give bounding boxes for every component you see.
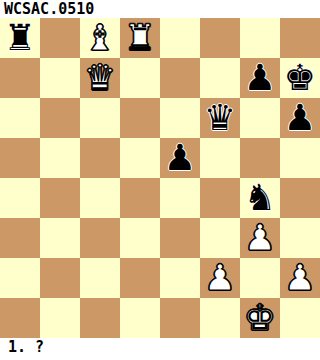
white-bishop-c8[interactable]: ♝ (84, 18, 116, 58)
square-f1[interactable] (200, 298, 240, 338)
square-e2[interactable] (160, 258, 200, 298)
square-b6[interactable] (40, 98, 80, 138)
square-g7[interactable]: ♟ (240, 58, 280, 98)
square-f8[interactable] (200, 18, 240, 58)
white-pawn-f2[interactable]: ♟ (204, 258, 236, 298)
square-f6[interactable]: ♛ (200, 98, 240, 138)
square-d5[interactable] (120, 138, 160, 178)
square-e3[interactable] (160, 218, 200, 258)
square-e1[interactable] (160, 298, 200, 338)
black-knight-g4[interactable]: ♞ (244, 178, 276, 218)
square-h1[interactable] (280, 298, 320, 338)
square-b2[interactable] (40, 258, 80, 298)
square-d1[interactable] (120, 298, 160, 338)
square-c2[interactable] (80, 258, 120, 298)
square-e6[interactable] (160, 98, 200, 138)
move-prompt: 1. ? (0, 338, 320, 360)
black-pawn-h6[interactable]: ♟ (284, 98, 316, 138)
square-h8[interactable] (280, 18, 320, 58)
square-e8[interactable] (160, 18, 200, 58)
square-h5[interactable] (280, 138, 320, 178)
square-f3[interactable] (200, 218, 240, 258)
square-f2[interactable]: ♟ (200, 258, 240, 298)
white-queen-c7[interactable]: ♛ (84, 58, 116, 98)
square-g4[interactable]: ♞ (240, 178, 280, 218)
square-b1[interactable] (40, 298, 80, 338)
square-a3[interactable] (0, 218, 40, 258)
square-d2[interactable] (120, 258, 160, 298)
square-e5[interactable]: ♟ (160, 138, 200, 178)
square-f5[interactable] (200, 138, 240, 178)
square-a8[interactable]: ♜ (0, 18, 40, 58)
square-a7[interactable] (0, 58, 40, 98)
square-g1[interactable]: ♚ (240, 298, 280, 338)
black-queen-f6[interactable]: ♛ (204, 98, 236, 138)
square-a6[interactable] (0, 98, 40, 138)
white-pawn-g3[interactable]: ♟ (244, 218, 276, 258)
square-b3[interactable] (40, 218, 80, 258)
puzzle-title: WCSAC.0510 (0, 0, 320, 18)
square-c7[interactable]: ♛ (80, 58, 120, 98)
square-c8[interactable]: ♝ (80, 18, 120, 58)
square-b4[interactable] (40, 178, 80, 218)
square-d3[interactable] (120, 218, 160, 258)
white-king-g1[interactable]: ♚ (244, 298, 276, 338)
square-h7[interactable]: ♚ (280, 58, 320, 98)
black-pawn-e5[interactable]: ♟ (164, 138, 196, 178)
square-c5[interactable] (80, 138, 120, 178)
square-f4[interactable] (200, 178, 240, 218)
black-rook-a8[interactable]: ♜ (4, 18, 36, 58)
white-rook-d8[interactable]: ♜ (124, 18, 156, 58)
square-f7[interactable] (200, 58, 240, 98)
square-g8[interactable] (240, 18, 280, 58)
square-c4[interactable] (80, 178, 120, 218)
black-king-h7[interactable]: ♚ (284, 58, 316, 98)
square-d6[interactable] (120, 98, 160, 138)
square-g3[interactable]: ♟ (240, 218, 280, 258)
square-b5[interactable] (40, 138, 80, 178)
black-pawn-g7[interactable]: ♟ (244, 58, 276, 98)
square-a1[interactable] (0, 298, 40, 338)
square-b8[interactable] (40, 18, 80, 58)
square-h2[interactable]: ♟ (280, 258, 320, 298)
square-c1[interactable] (80, 298, 120, 338)
square-a5[interactable] (0, 138, 40, 178)
square-a2[interactable] (0, 258, 40, 298)
square-c3[interactable] (80, 218, 120, 258)
square-h3[interactable] (280, 218, 320, 258)
square-d8[interactable]: ♜ (120, 18, 160, 58)
square-d7[interactable] (120, 58, 160, 98)
square-c6[interactable] (80, 98, 120, 138)
square-g2[interactable] (240, 258, 280, 298)
square-e7[interactable] (160, 58, 200, 98)
square-d4[interactable] (120, 178, 160, 218)
square-h6[interactable]: ♟ (280, 98, 320, 138)
square-a4[interactable] (0, 178, 40, 218)
white-pawn-h2[interactable]: ♟ (284, 258, 316, 298)
square-e4[interactable] (160, 178, 200, 218)
square-h4[interactable] (280, 178, 320, 218)
square-g5[interactable] (240, 138, 280, 178)
square-g6[interactable] (240, 98, 280, 138)
square-b7[interactable] (40, 58, 80, 98)
chess-board: ♜♝♜♛♟♚♛♟♟♞♟♟♟♚ (0, 18, 320, 338)
